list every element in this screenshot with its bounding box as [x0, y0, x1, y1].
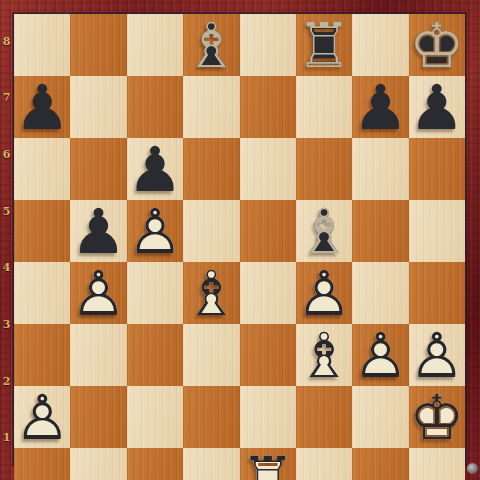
piece-glyph-line: ♙: [409, 325, 465, 387]
piece-glyph-fill: ♝: [296, 325, 352, 387]
square-d4[interactable]: ♝♗: [183, 262, 239, 324]
rank-label-3: 3: [0, 296, 13, 353]
square-g8[interactable]: [352, 14, 408, 76]
piece-glyph-fill: ♜: [296, 15, 352, 77]
rank-label-6: 6: [0, 126, 13, 183]
piece-glyph-fill: ♟: [127, 201, 183, 263]
square-g2[interactable]: [352, 386, 408, 448]
square-f1[interactable]: [296, 448, 352, 480]
square-e1[interactable]: ♜♖: [240, 448, 296, 480]
piece-glyph-fill: ♟: [296, 263, 352, 325]
square-c7[interactable]: [127, 76, 183, 138]
square-a2[interactable]: ♟♙: [14, 386, 70, 448]
piece-glyph-line: ♔: [409, 15, 465, 77]
square-f4[interactable]: ♟♙: [296, 262, 352, 324]
square-d3[interactable]: [183, 324, 239, 386]
piece-glyph-line: ♙: [353, 325, 409, 387]
square-e4[interactable]: [240, 262, 296, 324]
square-f5[interactable]: ♝♗: [296, 200, 352, 262]
piece-glyph-line: ♗: [296, 201, 352, 263]
piece-black-bishop-f5[interactable]: ♝♗: [296, 200, 352, 262]
square-b8[interactable]: [70, 14, 126, 76]
piece-glyph-line: ♔: [409, 387, 465, 449]
piece-black-pawn-b5[interactable]: ♟: [70, 200, 126, 262]
square-f6[interactable]: [296, 138, 352, 200]
square-g1[interactable]: [352, 448, 408, 480]
square-b4[interactable]: ♟♙: [70, 262, 126, 324]
piece-glyph-fill: ♚: [409, 15, 465, 77]
piece-glyph-fill: ♟: [14, 387, 70, 449]
rank-label-2: 2: [0, 353, 13, 410]
square-c5[interactable]: ♟♙: [127, 200, 183, 262]
square-h7[interactable]: ♟: [409, 76, 465, 138]
square-a3[interactable]: [14, 324, 70, 386]
piece-white-bishop-d4[interactable]: ♝♗: [183, 262, 239, 324]
square-h2[interactable]: ♚♔: [409, 386, 465, 448]
rank-label-4: 4: [0, 240, 13, 297]
square-d1[interactable]: [183, 448, 239, 480]
rank-label-5: 5: [0, 183, 13, 240]
rank-label-8: 8: [0, 13, 13, 70]
piece-black-rook-f8[interactable]: ♜♖: [296, 14, 352, 76]
square-f8[interactable]: ♜♖: [296, 14, 352, 76]
corner-dot: [467, 463, 478, 474]
board-frame: 87654321 abcdefgh ♝♗♜♖♚♔♟♟♟♟♟♟♙♝♗♟♙♝♗♟♙♝…: [0, 0, 480, 480]
piece-white-pawn-c5[interactable]: ♟♙: [127, 200, 183, 262]
square-h4[interactable]: [409, 262, 465, 324]
piece-glyph-line: ♗: [296, 325, 352, 387]
square-c8[interactable]: [127, 14, 183, 76]
piece-glyph-line: ♗: [184, 15, 240, 77]
chess-board: ♝♗♜♖♚♔♟♟♟♟♟♟♙♝♗♟♙♝♗♟♙♝♗♟♙♟♙♟♙♚♔♜♖: [13, 13, 466, 466]
piece-black-king-h8[interactable]: ♚♔: [409, 14, 465, 76]
square-e6[interactable]: [240, 138, 296, 200]
square-a6[interactable]: [14, 138, 70, 200]
square-a7[interactable]: ♟: [14, 76, 70, 138]
piece-glyph-line: ♖: [296, 15, 352, 77]
square-f3[interactable]: ♝♗: [296, 324, 352, 386]
rank-label-7: 7: [0, 70, 13, 127]
square-g6[interactable]: [352, 138, 408, 200]
piece-glyph-fill: ♟: [127, 139, 183, 201]
piece-white-pawn-h3[interactable]: ♟♙: [409, 324, 465, 386]
square-a1[interactable]: [14, 448, 70, 480]
piece-white-king-h2[interactable]: ♚♔: [409, 386, 465, 448]
square-h8[interactable]: ♚♔: [409, 14, 465, 76]
square-h3[interactable]: ♟♙: [409, 324, 465, 386]
square-g7[interactable]: ♟: [352, 76, 408, 138]
piece-white-pawn-a2[interactable]: ♟♙: [14, 386, 70, 448]
square-b5[interactable]: ♟: [70, 200, 126, 262]
piece-glyph-fill: ♟: [409, 325, 465, 387]
piece-glyph-fill: ♝: [184, 15, 240, 77]
square-e8[interactable]: [240, 14, 296, 76]
piece-glyph-fill: ♟: [353, 325, 409, 387]
piece-glyph-line: ♙: [127, 201, 183, 263]
square-e5[interactable]: [240, 200, 296, 262]
piece-white-pawn-f4[interactable]: ♟♙: [296, 262, 352, 324]
piece-white-pawn-b4[interactable]: ♟♙: [70, 262, 126, 324]
square-d5[interactable]: [183, 200, 239, 262]
square-f7[interactable]: [296, 76, 352, 138]
square-g4[interactable]: [352, 262, 408, 324]
square-d7[interactable]: [183, 76, 239, 138]
square-g5[interactable]: [352, 200, 408, 262]
square-a5[interactable]: [14, 200, 70, 262]
piece-glyph-fill: ♜: [240, 449, 296, 480]
square-b2[interactable]: [70, 386, 126, 448]
square-c2[interactable]: [127, 386, 183, 448]
piece-glyph-line: ♗: [184, 263, 240, 325]
piece-black-pawn-a7[interactable]: ♟: [14, 76, 70, 138]
rank-label-1: 1: [0, 409, 13, 466]
piece-black-pawn-h7[interactable]: ♟: [409, 76, 465, 138]
piece-black-pawn-c6[interactable]: ♟: [127, 138, 183, 200]
square-h6[interactable]: [409, 138, 465, 200]
square-c6[interactable]: ♟: [127, 138, 183, 200]
piece-glyph-fill: ♝: [184, 263, 240, 325]
square-c3[interactable]: [127, 324, 183, 386]
square-f2[interactable]: [296, 386, 352, 448]
square-a4[interactable]: [14, 262, 70, 324]
square-b7[interactable]: [70, 76, 126, 138]
square-c1[interactable]: [127, 448, 183, 480]
piece-glyph-fill: ♝: [296, 201, 352, 263]
square-e2[interactable]: [240, 386, 296, 448]
square-d8[interactable]: ♝♗: [183, 14, 239, 76]
piece-glyph-line: ♖: [240, 449, 296, 480]
square-h1[interactable]: [409, 448, 465, 480]
square-b1[interactable]: [70, 448, 126, 480]
piece-glyph-fill: ♚: [409, 387, 465, 449]
piece-glyph-line: ♙: [296, 263, 352, 325]
square-b3[interactable]: [70, 324, 126, 386]
piece-glyph-line: ♙: [14, 387, 70, 449]
piece-glyph-fill: ♟: [409, 77, 465, 139]
piece-white-rook-e1[interactable]: ♜♖: [240, 448, 296, 480]
piece-glyph-line: ♙: [71, 263, 127, 325]
piece-white-pawn-g3[interactable]: ♟♙: [352, 324, 408, 386]
piece-glyph-fill: ♟: [71, 263, 127, 325]
square-e7[interactable]: [240, 76, 296, 138]
square-h5[interactable]: [409, 200, 465, 262]
piece-black-pawn-g7[interactable]: ♟: [352, 76, 408, 138]
square-c4[interactable]: [127, 262, 183, 324]
square-d2[interactable]: [183, 386, 239, 448]
square-a8[interactable]: [14, 14, 70, 76]
piece-glyph-fill: ♟: [14, 77, 70, 139]
piece-black-bishop-d8[interactable]: ♝♗: [183, 14, 239, 76]
piece-white-bishop-f3[interactable]: ♝♗: [296, 324, 352, 386]
square-g3[interactable]: ♟♙: [352, 324, 408, 386]
piece-glyph-fill: ♟: [71, 201, 127, 263]
square-d6[interactable]: [183, 138, 239, 200]
square-b6[interactable]: [70, 138, 126, 200]
rank-labels: 87654321: [0, 13, 13, 466]
square-e3[interactable]: [240, 324, 296, 386]
piece-glyph-fill: ♟: [353, 77, 409, 139]
